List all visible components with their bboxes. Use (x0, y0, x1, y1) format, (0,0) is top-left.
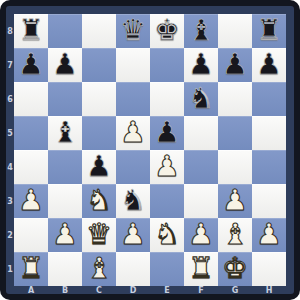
square-g1[interactable]: ♚ (218, 252, 252, 286)
square-e6[interactable] (150, 82, 184, 116)
white-bishop-g2[interactable]: ♝ (218, 218, 252, 252)
file-label-f: F (184, 286, 218, 295)
white-king-g1[interactable]: ♚ (218, 252, 252, 286)
file-label-g: G (218, 286, 252, 295)
rank-label-8: 8 (6, 14, 14, 48)
square-d4[interactable] (116, 150, 150, 184)
square-h7[interactable]: ♟ (252, 48, 286, 82)
square-d3[interactable]: ♞ (116, 184, 150, 218)
square-a5[interactable] (14, 116, 48, 150)
black-rook-a8[interactable]: ♜ (14, 14, 48, 48)
square-g2[interactable]: ♝ (218, 218, 252, 252)
square-h8[interactable]: ♜ (252, 14, 286, 48)
square-f8[interactable]: ♝ (184, 14, 218, 48)
square-h5[interactable] (252, 116, 286, 150)
square-c6[interactable] (82, 82, 116, 116)
white-pawn-d2[interactable]: ♟ (116, 218, 150, 252)
square-a3[interactable]: ♟ (14, 184, 48, 218)
square-e1[interactable] (150, 252, 184, 286)
square-d2[interactable]: ♟ (116, 218, 150, 252)
white-rook-f1[interactable]: ♜ (184, 252, 218, 286)
rank-labels: 87654321 (6, 14, 14, 286)
square-e2[interactable]: ♞ (150, 218, 184, 252)
square-d7[interactable] (116, 48, 150, 82)
chess-diagram: 87654321 ♜♛♚♝♜♟♟♟♟♟♞♝♟♟♟♟♟♞♞♟♟♛♟♞♟♝♟♜♝♜♚… (0, 0, 300, 300)
square-a7[interactable]: ♟ (14, 48, 48, 82)
white-pawn-b2[interactable]: ♟ (48, 218, 82, 252)
square-f1[interactable]: ♜ (184, 252, 218, 286)
white-rook-a1[interactable]: ♜ (14, 252, 48, 286)
black-pawn-b7[interactable]: ♟ (48, 48, 82, 82)
file-label-d: D (116, 286, 150, 295)
square-h3[interactable] (252, 184, 286, 218)
rank-label-2: 2 (6, 218, 14, 252)
black-pawn-e5[interactable]: ♟ (150, 116, 184, 150)
square-b8[interactable] (48, 14, 82, 48)
square-g5[interactable] (218, 116, 252, 150)
file-label-a: A (14, 286, 48, 295)
square-d5[interactable]: ♟ (116, 116, 150, 150)
square-a8[interactable]: ♜ (14, 14, 48, 48)
square-f5[interactable] (184, 116, 218, 150)
square-f7[interactable]: ♟ (184, 48, 218, 82)
white-pawn-f2[interactable]: ♟ (184, 218, 218, 252)
square-c2[interactable]: ♛ (82, 218, 116, 252)
square-c7[interactable] (82, 48, 116, 82)
square-e4[interactable]: ♟ (150, 150, 184, 184)
square-h6[interactable] (252, 82, 286, 116)
square-h4[interactable] (252, 150, 286, 184)
file-label-e: E (150, 286, 184, 295)
square-a2[interactable] (14, 218, 48, 252)
black-pawn-a7[interactable]: ♟ (14, 48, 48, 82)
square-e5[interactable]: ♟ (150, 116, 184, 150)
square-e7[interactable] (150, 48, 184, 82)
black-bishop-b5[interactable]: ♝ (48, 116, 82, 150)
square-c4[interactable]: ♟ (82, 150, 116, 184)
square-c1[interactable]: ♝ (82, 252, 116, 286)
square-h2[interactable]: ♟ (252, 218, 286, 252)
white-pawn-g3[interactable]: ♟ (218, 184, 252, 218)
black-knight-f6[interactable]: ♞ (184, 82, 218, 116)
square-b7[interactable]: ♟ (48, 48, 82, 82)
black-rook-h8[interactable]: ♜ (252, 14, 286, 48)
rank-label-5: 5 (6, 116, 14, 150)
black-pawn-f7[interactable]: ♟ (184, 48, 218, 82)
square-d8[interactable]: ♛ (116, 14, 150, 48)
white-pawn-e4[interactable]: ♟ (150, 150, 184, 184)
square-f6[interactable]: ♞ (184, 82, 218, 116)
rank-label-3: 3 (6, 184, 14, 218)
square-b5[interactable]: ♝ (48, 116, 82, 150)
white-pawn-h2[interactable]: ♟ (252, 218, 286, 252)
white-queen-c2[interactable]: ♛ (82, 218, 116, 252)
square-b3[interactable] (48, 184, 82, 218)
square-b4[interactable] (48, 150, 82, 184)
square-e8[interactable]: ♚ (150, 14, 184, 48)
square-f4[interactable] (184, 150, 218, 184)
rank-label-6: 6 (6, 82, 14, 116)
square-g3[interactable]: ♟ (218, 184, 252, 218)
white-knight-c3[interactable]: ♞ (82, 184, 116, 218)
square-g8[interactable] (218, 14, 252, 48)
black-king-e8[interactable]: ♚ (150, 14, 184, 48)
rank-label-1: 1 (6, 252, 14, 286)
rank-label-7: 7 (6, 48, 14, 82)
square-f2[interactable]: ♟ (184, 218, 218, 252)
square-a4[interactable] (14, 150, 48, 184)
black-pawn-h7[interactable]: ♟ (252, 48, 286, 82)
black-bishop-f8[interactable]: ♝ (184, 14, 218, 48)
rank-label-4: 4 (6, 150, 14, 184)
black-pawn-g7[interactable]: ♟ (218, 48, 252, 82)
square-f3[interactable] (184, 184, 218, 218)
square-d6[interactable] (116, 82, 150, 116)
square-h1[interactable] (252, 252, 286, 286)
square-d1[interactable] (116, 252, 150, 286)
square-a1[interactable]: ♜ (14, 252, 48, 286)
square-c5[interactable] (82, 116, 116, 150)
black-queen-d8[interactable]: ♛ (116, 14, 150, 48)
white-pawn-a3[interactable]: ♟ (14, 184, 48, 218)
file-label-c: C (82, 286, 116, 295)
square-g4[interactable] (218, 150, 252, 184)
board-frame: 87654321 ♜♛♚♝♜♟♟♟♟♟♞♝♟♟♟♟♟♞♞♟♟♛♟♞♟♝♟♜♝♜♚… (6, 6, 294, 294)
square-b6[interactable] (48, 82, 82, 116)
square-g6[interactable] (218, 82, 252, 116)
square-g7[interactable]: ♟ (218, 48, 252, 82)
square-a6[interactable] (14, 82, 48, 116)
file-label-b: B (48, 286, 82, 295)
square-c3[interactable]: ♞ (82, 184, 116, 218)
chess-board: ♜♛♚♝♜♟♟♟♟♟♞♝♟♟♟♟♟♞♞♟♟♛♟♞♟♝♟♜♝♜♚ (14, 14, 286, 286)
black-knight-d3[interactable]: ♞ (116, 184, 150, 218)
white-bishop-c1[interactable]: ♝ (82, 252, 116, 286)
file-labels: ABCDEFGH (14, 286, 286, 294)
square-e3[interactable] (150, 184, 184, 218)
square-c8[interactable] (82, 14, 116, 48)
white-knight-e2[interactable]: ♞ (150, 218, 184, 252)
black-pawn-c4[interactable]: ♟ (82, 150, 116, 184)
file-label-h: H (252, 286, 286, 295)
white-pawn-d5[interactable]: ♟ (116, 116, 150, 150)
square-b1[interactable] (48, 252, 82, 286)
square-b2[interactable]: ♟ (48, 218, 82, 252)
